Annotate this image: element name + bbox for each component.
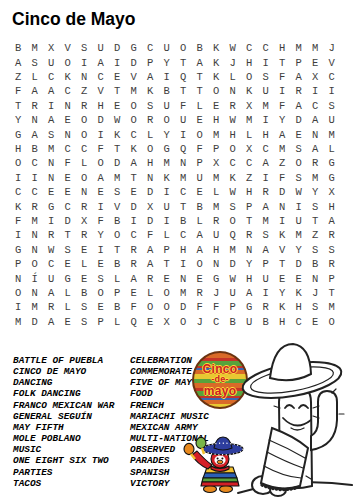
grid-cell: A (291, 99, 308, 113)
grid-cell: T (192, 70, 209, 84)
grid-cell: S (27, 55, 44, 69)
grid-cell: D (142, 214, 159, 228)
grid-cell: P (93, 315, 110, 329)
grid-cell: Z (76, 84, 93, 98)
grid-cell: O (142, 142, 159, 156)
grid-cell: A (291, 70, 308, 84)
grid-cell: M (175, 286, 192, 300)
grid-cell: I (291, 199, 308, 213)
grid-cell: P (159, 243, 176, 257)
grid-cell: F (10, 84, 27, 98)
grid-cell: H (324, 199, 341, 213)
grid-cell: F (175, 99, 192, 113)
grid-cell: P (192, 156, 209, 170)
grid-cell: G (324, 171, 341, 185)
grid-cell: L (324, 142, 341, 156)
grid-cell: O (76, 171, 93, 185)
grid-cell: U (192, 171, 209, 185)
grid-cell: D (225, 257, 242, 271)
grid-cell: T (192, 84, 209, 98)
grid-cell: B (258, 315, 275, 329)
grid-cell: I (10, 171, 27, 185)
grid-cell: Y (10, 113, 27, 127)
grid-cell: T (175, 199, 192, 213)
grid-cell: E (159, 271, 176, 285)
grid-cell: M (291, 41, 308, 55)
word-list-left: BATTLE OF PUEBLACINCO DE MAYODANCINGFOLK… (13, 355, 130, 489)
grid-cell: L (192, 214, 209, 228)
grid-cell: L (159, 228, 176, 242)
grid-cell: O (175, 315, 192, 329)
grid-cell: U (258, 271, 275, 285)
grid-cell: C (126, 127, 143, 141)
grid-cell: R (43, 228, 60, 242)
grid-cell: G (10, 127, 27, 141)
grid-cell: H (241, 55, 258, 69)
grid-cell: X (76, 214, 93, 228)
grid-cell: M (258, 214, 275, 228)
grid-cell: L (109, 315, 126, 329)
page-title: Cinco de Mayo (12, 9, 136, 30)
grid-cell: R (324, 257, 341, 271)
grid-cell: S (43, 127, 60, 141)
grid-cell: C (291, 315, 308, 329)
grid-cell: B (109, 214, 126, 228)
grid-cell: L (76, 257, 93, 271)
grid-cell: I (175, 257, 192, 271)
grid-cell: X (241, 142, 258, 156)
grid-cell: E (76, 243, 93, 257)
grid-cell: H (291, 300, 308, 314)
grid-cell: D (109, 41, 126, 55)
grid-cell: Y (241, 257, 258, 271)
grid-cell: E (192, 185, 209, 199)
grid-cell: R (142, 271, 159, 285)
grid-cell: X (241, 99, 258, 113)
grid-cell: J (192, 315, 209, 329)
grid-cell: Q (225, 228, 242, 242)
grid-cell: B (307, 257, 324, 271)
grid-cell: N (175, 271, 192, 285)
grid-cell: U (225, 286, 242, 300)
grid-cell: N (43, 156, 60, 170)
grid-cell: T (109, 84, 126, 98)
grid-cell: B (192, 199, 209, 213)
grid-cell: T (109, 243, 126, 257)
grid-cell: S (76, 315, 93, 329)
grid-cell: M (27, 41, 44, 55)
grid-cell: K (241, 84, 258, 98)
grid-cell: N (175, 156, 192, 170)
grid-cell: Z (307, 228, 324, 242)
grid-cell: X (43, 41, 60, 55)
grid-cell: T (175, 84, 192, 98)
grid-cell: M (258, 99, 275, 113)
grid-cell: G (324, 156, 341, 170)
grid-cell: Z (10, 70, 27, 84)
grid-cell: D (291, 113, 308, 127)
word-list-item: MUSIC (13, 444, 130, 455)
grid-cell: W (109, 113, 126, 127)
grid-cell: O (192, 127, 209, 141)
grid-cell: I (274, 84, 291, 98)
grid-cell: C (60, 142, 77, 156)
grid-cell: T (241, 214, 258, 228)
grid-cell: S (76, 300, 93, 314)
grid-cell: R (27, 199, 44, 213)
grid-cell: N (142, 171, 159, 185)
penguin-beak (217, 460, 223, 464)
grid-cell: N (27, 228, 44, 242)
grid-cell: F (93, 142, 110, 156)
grid-cell: A (192, 243, 209, 257)
grid-cell: Q (126, 315, 143, 329)
grid-cell: D (126, 199, 143, 213)
grid-cell: M (274, 142, 291, 156)
penguin-eye (217, 458, 219, 460)
grid-cell: E (60, 185, 77, 199)
grid-cell: P (142, 55, 159, 69)
grid-cell: D (60, 214, 77, 228)
grid-cell: T (274, 257, 291, 271)
grid-cell: Y (274, 286, 291, 300)
grid-cell: P (241, 199, 258, 213)
grid-cell: P (10, 257, 27, 271)
grid-cell: S (307, 199, 324, 213)
grid-cell: S (324, 99, 341, 113)
grid-cell: S (258, 228, 275, 242)
grid-cell: A (192, 228, 209, 242)
word-list-item: MOLE POBLANO (13, 433, 130, 444)
word-list-item: ONE EIGHT SIX TWO (13, 455, 130, 466)
grid-cell: W (225, 41, 242, 55)
grid-cell: A (192, 55, 209, 69)
grid-cell: I (175, 127, 192, 141)
grid-cell: S (291, 142, 308, 156)
word-list-item: FRANCO MEXICAN WAR (13, 400, 130, 411)
grid-cell: M (208, 171, 225, 185)
grid-cell: F (126, 300, 143, 314)
grid-cell: H (241, 185, 258, 199)
grid-cell: R (76, 199, 93, 213)
grid-cell: F (93, 214, 110, 228)
grid-cell: G (159, 142, 176, 156)
penguin-eye (221, 458, 223, 460)
grid-cell: X (324, 185, 341, 199)
grid-cell: L (27, 70, 44, 84)
grid-cell: K (274, 300, 291, 314)
word-search-worksheet: Cinco de Mayo BMXVSUDGCUOBKWCCHMMJASUOIA… (0, 0, 354, 500)
grid-cell: F (208, 300, 225, 314)
grid-cell: E (109, 99, 126, 113)
grid-cell: I (307, 84, 324, 98)
grid-cell: S (60, 243, 77, 257)
grid-cell: S (307, 300, 324, 314)
grid-cell: U (324, 113, 341, 127)
grid-cell: E (291, 271, 308, 285)
grid-cell: E (307, 55, 324, 69)
grid-cell: A (43, 84, 60, 98)
grid-cell: M (27, 214, 44, 228)
grid-cell: Q (175, 142, 192, 156)
grid-cell: E (60, 113, 77, 127)
grid-cell: C (43, 70, 60, 84)
word-list-item: MEXICAN ARMY (130, 422, 247, 433)
grid-cell: V (60, 41, 77, 55)
word-list-item: GENERAL SEGUÍN (13, 411, 130, 422)
grid-cell: M (175, 171, 192, 185)
grid-cell: T (307, 214, 324, 228)
grid-cell: U (258, 84, 275, 98)
maraca (184, 443, 194, 454)
grid-cell: M (307, 171, 324, 185)
grid-cell: M (208, 127, 225, 141)
grid-cell: S (93, 271, 110, 285)
grid-cell: C (76, 142, 93, 156)
grid-cell: O (60, 55, 77, 69)
grid-cell: W (291, 185, 308, 199)
grid-cell: F (274, 171, 291, 185)
grid-cell: B (109, 257, 126, 271)
grid-cell: A (43, 113, 60, 127)
grid-cell: B (109, 300, 126, 314)
grid-cell: E (274, 271, 291, 285)
grid-cell: O (175, 41, 192, 55)
grid-cell: U (159, 199, 176, 213)
poncho-stripe-blue (203, 473, 237, 478)
grid-cell: H (258, 127, 275, 141)
grid-cell: F (142, 228, 159, 242)
grid-cell: R (43, 300, 60, 314)
grid-cell: C (60, 199, 77, 213)
grid-cell: N (27, 113, 44, 127)
grid-cell: A (142, 243, 159, 257)
grid-cell: S (76, 41, 93, 55)
grid-cell: P (109, 286, 126, 300)
grid-cell: R (258, 185, 275, 199)
poncho-stripe-green (202, 478, 238, 482)
grid-cell: N (208, 257, 225, 271)
grid-cell: C (208, 315, 225, 329)
grid-cell: U (93, 41, 110, 55)
grid-cell: T (159, 257, 176, 271)
grid-cell: G (126, 41, 143, 55)
grid-cell: V (93, 84, 110, 98)
grid-cell: M (208, 199, 225, 213)
grid-cell: T (109, 142, 126, 156)
grid-cell: C (126, 228, 143, 242)
grid-cell: M (43, 142, 60, 156)
grid-cell: T (60, 228, 77, 242)
grid-cell: K (208, 70, 225, 84)
grid-cell: R (76, 228, 93, 242)
grid-cell: X (159, 315, 176, 329)
word-list-item: BATTLE OF PUEBLA (13, 355, 130, 366)
grid-cell: O (109, 228, 126, 242)
grid-cell: O (324, 315, 341, 329)
grid-cell: E (93, 185, 110, 199)
grid-cell: I (159, 214, 176, 228)
grid-cell: A (258, 243, 275, 257)
grid-cell: W (225, 271, 242, 285)
grid-cell: J (324, 41, 341, 55)
grid-cell: E (126, 185, 143, 199)
grid-cell: H (10, 142, 27, 156)
maraca (196, 437, 206, 448)
grid-cell: R (324, 228, 341, 242)
grid-cell: G (43, 199, 60, 213)
grid-cell: H (225, 127, 242, 141)
grid-cell: X (307, 70, 324, 84)
grid-cell: A (142, 257, 159, 271)
grid-cell: B (175, 214, 192, 228)
grid-cell: I (258, 55, 275, 69)
grid-cell: O (27, 257, 44, 271)
grid-cell: O (126, 99, 143, 113)
grid-cell: M (109, 171, 126, 185)
poncho-stripe-red (201, 482, 239, 486)
grid-cell: N (10, 271, 27, 285)
grid-cell: C (175, 185, 192, 199)
grid-cell: M (10, 315, 27, 329)
grid-cell: C (10, 185, 27, 199)
grid-cell: M (291, 228, 308, 242)
grid-cell: A (27, 84, 44, 98)
grid-cell: M (126, 84, 143, 98)
grid-cell: D (142, 185, 159, 199)
grid-cell: A (126, 271, 143, 285)
grid-cell: T (10, 99, 27, 113)
grid-cell: N (76, 70, 93, 84)
word-list-item: DANCING (13, 377, 130, 388)
grid-cell: I (159, 185, 176, 199)
grid-cell: N (60, 127, 77, 141)
grid-cell: O (93, 156, 110, 170)
word-search-grid: BMXVSUDGCUOBKWCCHMMJASUOIAIDPYTAKJHITPEV… (10, 41, 340, 329)
grid-cell: I (258, 286, 275, 300)
grid-cell: C (258, 142, 275, 156)
grid-cell: F (274, 99, 291, 113)
grid-cell: J (208, 286, 225, 300)
grid-cell: L (76, 156, 93, 170)
grid-cell: X (142, 199, 159, 213)
grid-cell: N (43, 171, 60, 185)
grid-cell: Y (159, 127, 176, 141)
grid-cell: A (307, 113, 324, 127)
grid-cell: N (241, 243, 258, 257)
grid-cell: E (126, 286, 143, 300)
sombrero-crown (270, 344, 311, 380)
grid-cell: U (208, 228, 225, 242)
grid-cell: M (324, 127, 341, 141)
grid-cell: G (10, 243, 27, 257)
grid-cell: O (10, 156, 27, 170)
grid-cell: U (43, 55, 60, 69)
grid-cell: W (43, 243, 60, 257)
grid-cell: D (93, 113, 110, 127)
grid-cell: I (93, 243, 110, 257)
grid-cell: R (126, 257, 143, 271)
grid-cell: R (225, 99, 242, 113)
grid-cell: K (159, 171, 176, 185)
grid-cell: C (27, 156, 44, 170)
grid-cell: Q (175, 70, 192, 84)
grid-cell: Y (93, 228, 110, 242)
grid-cell: K (60, 70, 77, 84)
grid-cell: A (258, 199, 275, 213)
grid-cell: H (274, 41, 291, 55)
grid-cell: L (109, 271, 126, 285)
grid-cell: I (258, 171, 275, 185)
grid-cell: R (208, 214, 225, 228)
grid-cell: O (208, 84, 225, 98)
grid-cell: G (60, 271, 77, 285)
grid-cell: M (324, 300, 341, 314)
word-list-item: TACOS (13, 478, 130, 489)
grid-cell: F (192, 142, 209, 156)
grid-cell: V (126, 70, 143, 84)
grid-cell: O (76, 113, 93, 127)
grid-cell: P (225, 300, 242, 314)
grid-cell: A (324, 214, 341, 228)
grid-cell: E (109, 70, 126, 84)
grid-cell: F (274, 70, 291, 84)
grid-cell: Í (27, 271, 44, 285)
grid-cell: O (76, 127, 93, 141)
grid-cell: O (159, 300, 176, 314)
grid-cell: M (241, 113, 258, 127)
grid-cell: A (27, 127, 44, 141)
grid-cell: H (142, 156, 159, 170)
logo-line: mayo (204, 385, 237, 398)
grid-cell: F (60, 156, 77, 170)
grid-cell: L (208, 185, 225, 199)
grid-cell: S (291, 171, 308, 185)
word-list-item: PARTIES (13, 467, 130, 478)
grid-cell: R (307, 156, 324, 170)
grid-cell: A (126, 156, 143, 170)
grid-cell: I (43, 99, 60, 113)
grid-cell: S (225, 199, 242, 213)
grid-cell: U (291, 214, 308, 228)
grid-cell: A (43, 315, 60, 329)
grid-cell: T (175, 55, 192, 69)
grid-cell: C (225, 156, 242, 170)
word-list-item: CINCO DE MAYO (13, 366, 130, 377)
grid-cell: Z (241, 171, 258, 185)
grid-cell: J (225, 55, 242, 69)
grid-cell: N (27, 286, 44, 300)
grid-cell: L (142, 127, 159, 141)
grid-cell: A (274, 127, 291, 141)
grid-cell: C (307, 99, 324, 113)
grid-cell: U (159, 99, 176, 113)
grid-cell: U (241, 315, 258, 329)
grid-cell: E (192, 271, 209, 285)
grid-cell: C (27, 185, 44, 199)
grid-cell: K (109, 127, 126, 141)
grid-cell: E (76, 271, 93, 285)
grid-cell: L (60, 286, 77, 300)
grid-cell: V (109, 199, 126, 213)
grid-cell: X (208, 156, 225, 170)
grid-cell: D (175, 300, 192, 314)
grid-cell: M (225, 243, 242, 257)
grid-cell: S (258, 70, 275, 84)
grid-cell: H (208, 243, 225, 257)
grid-cell: N (225, 84, 242, 98)
grid-cell: E (60, 257, 77, 271)
